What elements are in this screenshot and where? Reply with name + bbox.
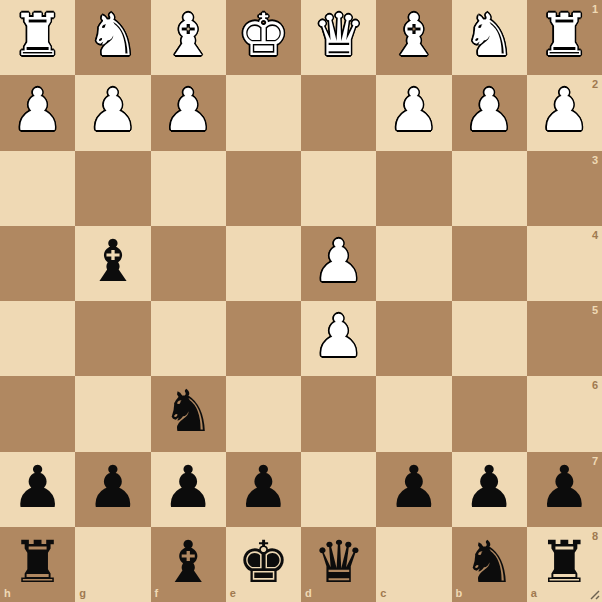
file-label-g: g <box>79 588 86 599</box>
square-g6[interactable] <box>75 376 150 451</box>
piece-white-king[interactable]: ♚ <box>237 0 289 73</box>
piece-white-pawn[interactable]: ♟ <box>313 301 365 374</box>
square-f7[interactable]: ♟ <box>151 452 226 527</box>
file-label-e: e <box>230 588 236 599</box>
piece-white-pawn[interactable]: ♟ <box>162 75 214 148</box>
square-e8[interactable]: ♚e <box>226 527 301 602</box>
piece-white-pawn[interactable]: ♟ <box>388 75 440 148</box>
square-h5[interactable] <box>0 301 75 376</box>
piece-white-bishop[interactable]: ♝ <box>388 0 440 73</box>
file-label-a: a <box>531 588 537 599</box>
square-e2[interactable] <box>226 75 301 150</box>
square-c2[interactable]: ♟ <box>376 75 451 150</box>
square-d4[interactable]: ♟ <box>301 226 376 301</box>
square-e7[interactable]: ♟ <box>226 452 301 527</box>
square-f1[interactable]: ♝ <box>151 0 226 75</box>
square-a1[interactable]: ♜1 <box>527 0 602 75</box>
square-d7[interactable] <box>301 452 376 527</box>
square-c4[interactable] <box>376 226 451 301</box>
rank-label-6: 6 <box>592 380 598 391</box>
rank-label-4: 4 <box>592 230 598 241</box>
square-e4[interactable] <box>226 226 301 301</box>
square-b3[interactable] <box>452 151 527 226</box>
square-g5[interactable] <box>75 301 150 376</box>
square-g1[interactable]: ♞ <box>75 0 150 75</box>
piece-black-pawn[interactable]: ♟ <box>388 452 440 525</box>
square-f2[interactable]: ♟ <box>151 75 226 150</box>
piece-white-knight[interactable]: ♞ <box>463 0 515 73</box>
square-a4[interactable]: 4 <box>527 226 602 301</box>
file-label-h: h <box>4 588 11 599</box>
file-label-b: b <box>456 588 463 599</box>
piece-black-rook[interactable]: ♜ <box>12 527 64 600</box>
piece-white-pawn[interactable]: ♟ <box>313 226 365 299</box>
rank-label-2: 2 <box>592 79 598 90</box>
square-b6[interactable] <box>452 376 527 451</box>
file-label-c: c <box>380 588 386 599</box>
chess-board: ♜♞♝♚♛♝♞♜1♟♟♟♟♟♟23♝♟4♟5♞6♟♟♟♟♟♟♟7♜hg♝f♚e♛… <box>0 0 602 602</box>
piece-black-pawn[interactable]: ♟ <box>463 452 515 525</box>
square-g4[interactable]: ♝ <box>75 226 150 301</box>
square-d6[interactable] <box>301 376 376 451</box>
square-g8[interactable]: g <box>75 527 150 602</box>
square-h2[interactable]: ♟ <box>0 75 75 150</box>
square-h1[interactable]: ♜ <box>0 0 75 75</box>
piece-black-pawn[interactable]: ♟ <box>12 452 64 525</box>
square-c1[interactable]: ♝ <box>376 0 451 75</box>
piece-black-bishop[interactable]: ♝ <box>87 226 139 299</box>
square-b8[interactable]: ♞b <box>452 527 527 602</box>
piece-black-queen[interactable]: ♛ <box>313 527 365 600</box>
piece-white-rook[interactable]: ♜ <box>12 0 64 73</box>
square-e5[interactable] <box>226 301 301 376</box>
file-label-f: f <box>155 588 159 599</box>
piece-white-queen[interactable]: ♛ <box>313 0 365 73</box>
square-e1[interactable]: ♚ <box>226 0 301 75</box>
square-c5[interactable] <box>376 301 451 376</box>
piece-white-pawn[interactable]: ♟ <box>87 75 139 148</box>
piece-white-pawn[interactable]: ♟ <box>538 75 590 148</box>
square-e6[interactable] <box>226 376 301 451</box>
square-d1[interactable]: ♛ <box>301 0 376 75</box>
square-h8[interactable]: ♜h <box>0 527 75 602</box>
square-b2[interactable]: ♟ <box>452 75 527 150</box>
square-g3[interactable] <box>75 151 150 226</box>
rank-label-7: 7 <box>592 456 598 467</box>
square-f5[interactable] <box>151 301 226 376</box>
piece-black-knight[interactable]: ♞ <box>162 376 214 449</box>
square-a6[interactable]: 6 <box>527 376 602 451</box>
square-b4[interactable] <box>452 226 527 301</box>
square-a7[interactable]: ♟7 <box>527 452 602 527</box>
file-label-d: d <box>305 588 312 599</box>
square-b7[interactable]: ♟ <box>452 452 527 527</box>
piece-black-king[interactable]: ♚ <box>237 527 289 600</box>
square-f8[interactable]: ♝f <box>151 527 226 602</box>
square-f4[interactable] <box>151 226 226 301</box>
square-h6[interactable] <box>0 376 75 451</box>
square-a5[interactable]: 5 <box>527 301 602 376</box>
square-d3[interactable] <box>301 151 376 226</box>
square-e3[interactable] <box>226 151 301 226</box>
square-d2[interactable] <box>301 75 376 150</box>
square-c8[interactable]: c <box>376 527 451 602</box>
piece-black-pawn[interactable]: ♟ <box>538 452 590 525</box>
square-c7[interactable]: ♟ <box>376 452 451 527</box>
square-c6[interactable] <box>376 376 451 451</box>
piece-black-knight[interactable]: ♞ <box>463 527 515 600</box>
square-b5[interactable] <box>452 301 527 376</box>
rank-label-1: 1 <box>592 4 598 15</box>
square-d8[interactable]: ♛d <box>301 527 376 602</box>
square-c3[interactable] <box>376 151 451 226</box>
square-f6[interactable]: ♞ <box>151 376 226 451</box>
piece-white-bishop[interactable]: ♝ <box>162 0 214 73</box>
square-h3[interactable] <box>0 151 75 226</box>
piece-white-pawn[interactable]: ♟ <box>463 75 515 148</box>
piece-white-pawn[interactable]: ♟ <box>12 75 64 148</box>
square-f3[interactable] <box>151 151 226 226</box>
piece-black-bishop[interactable]: ♝ <box>162 527 214 600</box>
rank-label-3: 3 <box>592 155 598 166</box>
piece-black-pawn[interactable]: ♟ <box>162 452 214 525</box>
piece-white-rook[interactable]: ♜ <box>538 0 590 73</box>
resize-handle-icon[interactable] <box>587 587 601 601</box>
piece-black-pawn[interactable]: ♟ <box>237 452 289 525</box>
piece-white-knight[interactable]: ♞ <box>87 0 139 73</box>
square-h4[interactable] <box>0 226 75 301</box>
square-a3[interactable]: 3 <box>527 151 602 226</box>
square-g7[interactable]: ♟ <box>75 452 150 527</box>
piece-black-pawn[interactable]: ♟ <box>87 452 139 525</box>
rank-label-8: 8 <box>592 531 598 542</box>
piece-black-rook[interactable]: ♜ <box>538 527 590 600</box>
square-g2[interactable]: ♟ <box>75 75 150 150</box>
square-b1[interactable]: ♞ <box>452 0 527 75</box>
square-a2[interactable]: ♟2 <box>527 75 602 150</box>
square-d5[interactable]: ♟ <box>301 301 376 376</box>
rank-label-5: 5 <box>592 305 598 316</box>
square-h7[interactable]: ♟ <box>0 452 75 527</box>
